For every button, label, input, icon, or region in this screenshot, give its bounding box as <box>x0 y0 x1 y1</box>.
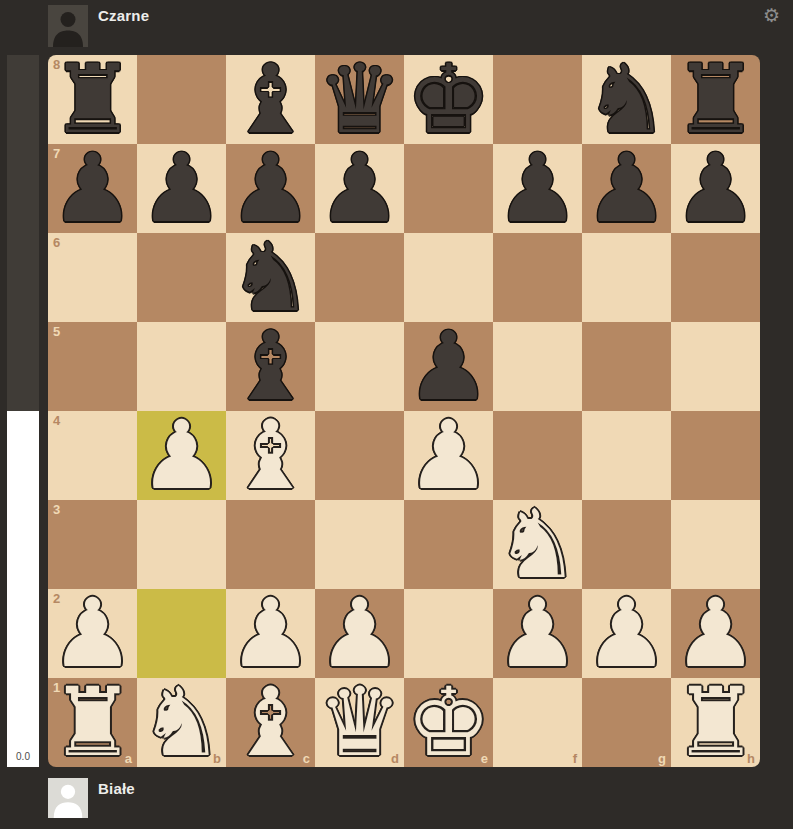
black-player-name: Czarne <box>98 7 149 24</box>
square-f7[interactable]: ♟ <box>493 144 582 233</box>
square-c3[interactable] <box>226 500 315 589</box>
square-a1[interactable]: 1a♜ <box>48 678 137 767</box>
square-h1[interactable]: h♜ <box>671 678 760 767</box>
file-label-g: g <box>658 751 666 766</box>
square-g5[interactable] <box>582 322 671 411</box>
square-d7[interactable]: ♟ <box>315 144 404 233</box>
square-b7[interactable]: ♟ <box>137 144 226 233</box>
square-d1[interactable]: d♛ <box>315 678 404 767</box>
evaluation-bar: 0.0 <box>7 55 39 767</box>
black-rook-h8[interactable]: ♜ <box>671 55 760 144</box>
square-c6[interactable]: ♞ <box>226 233 315 322</box>
white-pawn-d2[interactable]: ♟ <box>315 589 404 678</box>
square-b3[interactable] <box>137 500 226 589</box>
white-player-name: Białe <box>98 780 135 797</box>
square-e4[interactable]: ♟ <box>404 411 493 500</box>
white-pawn-h2[interactable]: ♟ <box>671 589 760 678</box>
square-b6[interactable] <box>137 233 226 322</box>
rank-label-4: 4 <box>53 413 60 428</box>
white-bishop-c4[interactable]: ♝ <box>226 411 315 500</box>
rank-label-1: 1 <box>53 680 60 695</box>
square-e3[interactable] <box>404 500 493 589</box>
white-knight-f3[interactable]: ♞ <box>493 500 582 589</box>
square-h2[interactable]: ♟ <box>671 589 760 678</box>
eval-bar-black-part <box>7 55 39 411</box>
player-bar-top: Czarne ⚙ <box>0 0 793 55</box>
square-c8[interactable]: ♝ <box>226 55 315 144</box>
rank-label-5: 5 <box>53 324 60 339</box>
square-g6[interactable] <box>582 233 671 322</box>
file-label-h: h <box>747 751 755 766</box>
white-pawn-a2[interactable]: ♟ <box>48 589 137 678</box>
black-bishop-c5[interactable]: ♝ <box>226 322 315 411</box>
white-bishop-c1[interactable]: ♝ <box>226 678 315 767</box>
square-a4[interactable]: 4 <box>48 411 137 500</box>
file-label-c: c <box>303 751 310 766</box>
person-silhouette-icon <box>48 778 88 818</box>
square-a6[interactable]: 6 <box>48 233 137 322</box>
square-e7[interactable] <box>404 144 493 233</box>
avatar-black-player <box>48 5 88 47</box>
square-g3[interactable] <box>582 500 671 589</box>
file-label-b: b <box>213 751 221 766</box>
square-g7[interactable]: ♟ <box>582 144 671 233</box>
square-g8[interactable]: ♞ <box>582 55 671 144</box>
settings-gear-icon[interactable]: ⚙ <box>763 5 780 27</box>
square-b4[interactable]: ♟ <box>137 411 226 500</box>
square-a8[interactable]: 8♜ <box>48 55 137 144</box>
white-rook-a1[interactable]: ♜ <box>48 678 137 767</box>
square-b2[interactable] <box>137 589 226 678</box>
square-d3[interactable] <box>315 500 404 589</box>
black-queen-d8[interactable]: ♛ <box>315 55 404 144</box>
square-b8[interactable] <box>137 55 226 144</box>
square-b5[interactable] <box>137 322 226 411</box>
square-h8[interactable]: ♜ <box>671 55 760 144</box>
square-f6[interactable] <box>493 233 582 322</box>
square-f3[interactable]: ♞ <box>493 500 582 589</box>
black-pawn-g7[interactable]: ♟ <box>582 144 671 233</box>
square-a2[interactable]: 2♟ <box>48 589 137 678</box>
square-c2[interactable]: ♟ <box>226 589 315 678</box>
square-d4[interactable] <box>315 411 404 500</box>
square-a3[interactable]: 3 <box>48 500 137 589</box>
square-h7[interactable]: ♟ <box>671 144 760 233</box>
square-h5[interactable] <box>671 322 760 411</box>
black-rook-a8[interactable]: ♜ <box>48 55 137 144</box>
square-e6[interactable] <box>404 233 493 322</box>
square-d5[interactable] <box>315 322 404 411</box>
square-c7[interactable]: ♟ <box>226 144 315 233</box>
square-h6[interactable] <box>671 233 760 322</box>
black-pawn-f7[interactable]: ♟ <box>493 144 582 233</box>
white-pawn-e4[interactable]: ♟ <box>404 411 493 500</box>
white-pawn-g2[interactable]: ♟ <box>582 589 671 678</box>
square-b1[interactable]: b♞ <box>137 678 226 767</box>
square-e5[interactable]: ♟ <box>404 322 493 411</box>
rank-label-8: 8 <box>53 57 60 72</box>
eval-score: 0.0 <box>7 751 39 762</box>
square-e2[interactable] <box>404 589 493 678</box>
square-f2[interactable]: ♟ <box>493 589 582 678</box>
person-silhouette-icon <box>48 5 88 47</box>
square-e1[interactable]: e♚ <box>404 678 493 767</box>
square-f8[interactable] <box>493 55 582 144</box>
black-pawn-d7[interactable]: ♟ <box>315 144 404 233</box>
square-c4[interactable]: ♝ <box>226 411 315 500</box>
square-a7[interactable]: 7♟ <box>48 144 137 233</box>
black-pawn-c7[interactable]: ♟ <box>226 144 315 233</box>
avatar-white-player <box>48 778 88 818</box>
black-pawn-h7[interactable]: ♟ <box>671 144 760 233</box>
square-c1[interactable]: c♝ <box>226 678 315 767</box>
black-pawn-a7[interactable]: ♟ <box>48 144 137 233</box>
chess-board[interactable]: 8♜♝♛♚♞♜7♟♟♟♟♟♟♟6♞5♝♟4♟♝♟3♞2♟♟♟♟♟♟1a♜b♞c♝… <box>48 55 760 767</box>
square-h4[interactable] <box>671 411 760 500</box>
file-label-e: e <box>481 751 488 766</box>
black-bishop-c8[interactable]: ♝ <box>226 55 315 144</box>
white-pawn-f2[interactable]: ♟ <box>493 589 582 678</box>
rank-label-7: 7 <box>53 146 60 161</box>
square-g4[interactable] <box>582 411 671 500</box>
file-label-a: a <box>125 751 132 766</box>
rank-label-3: 3 <box>53 502 60 517</box>
black-knight-c6[interactable]: ♞ <box>226 233 315 322</box>
black-knight-g8[interactable]: ♞ <box>582 55 671 144</box>
white-pawn-b4[interactable]: ♟ <box>137 411 226 500</box>
square-e8[interactable]: ♚ <box>404 55 493 144</box>
rank-label-2: 2 <box>53 591 60 606</box>
file-label-d: d <box>391 751 399 766</box>
square-d8[interactable]: ♛ <box>315 55 404 144</box>
square-f5[interactable] <box>493 322 582 411</box>
square-a5[interactable]: 5 <box>48 322 137 411</box>
square-f1[interactable]: f <box>493 678 582 767</box>
square-h3[interactable] <box>671 500 760 589</box>
square-g1[interactable]: g <box>582 678 671 767</box>
file-label-f: f <box>573 751 577 766</box>
square-c5[interactable]: ♝ <box>226 322 315 411</box>
player-bar-bottom: Białe <box>0 767 793 829</box>
black-king-e8[interactable]: ♚ <box>404 55 493 144</box>
rank-label-6: 6 <box>53 235 60 250</box>
white-pawn-c2[interactable]: ♟ <box>226 589 315 678</box>
square-g2[interactable]: ♟ <box>582 589 671 678</box>
black-pawn-b7[interactable]: ♟ <box>137 144 226 233</box>
square-f4[interactable] <box>493 411 582 500</box>
white-king-e1[interactable]: ♚ <box>404 678 493 767</box>
square-d6[interactable] <box>315 233 404 322</box>
black-pawn-e5[interactable]: ♟ <box>404 322 493 411</box>
square-d2[interactable]: ♟ <box>315 589 404 678</box>
eval-bar-white-part: 0.0 <box>7 411 39 767</box>
